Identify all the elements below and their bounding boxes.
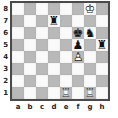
file-label-e: e <box>60 102 72 112</box>
square-c1[interactable] <box>36 87 48 99</box>
piece-black-knight-g6[interactable]: ♞ <box>84 27 96 39</box>
file-label-b: b <box>24 102 36 112</box>
file-label-c: c <box>36 102 48 112</box>
square-e1[interactable]: ♜♖ <box>60 87 72 99</box>
square-a5[interactable] <box>12 39 24 51</box>
file-label-d: d <box>48 102 60 112</box>
chess-diagram: 87654321 ♚♔♜♚♞♟♜♟♙♜♖♜♖ abcdefgh <box>0 0 118 118</box>
square-e7[interactable] <box>60 15 72 27</box>
white-king-glyph: ♔ <box>84 3 96 15</box>
piece-black-rook-d7[interactable]: ♜ <box>48 15 60 27</box>
square-b5[interactable] <box>24 39 36 51</box>
square-a2[interactable] <box>12 75 24 87</box>
square-a8[interactable] <box>12 3 24 15</box>
square-b1[interactable] <box>24 87 36 99</box>
piece-white-pawn-f4[interactable]: ♟♙ <box>72 51 84 63</box>
rank-label-8: 8 <box>0 3 9 15</box>
square-f2[interactable] <box>72 75 84 87</box>
white-rook-glyph: ♖ <box>60 87 72 99</box>
square-d2[interactable] <box>48 75 60 87</box>
file-label-g: g <box>84 102 96 112</box>
square-h8[interactable] <box>96 3 108 15</box>
square-d3[interactable] <box>48 63 60 75</box>
piece-black-rook-h5[interactable]: ♜ <box>96 39 108 51</box>
rank-label-3: 3 <box>0 63 9 75</box>
square-f4[interactable]: ♟♙ <box>72 51 84 63</box>
square-d4[interactable] <box>48 51 60 63</box>
square-g5[interactable] <box>84 39 96 51</box>
square-c2[interactable] <box>36 75 48 87</box>
square-d1[interactable] <box>48 87 60 99</box>
square-d5[interactable] <box>48 39 60 51</box>
square-a4[interactable] <box>12 51 24 63</box>
rank-label-6: 6 <box>0 27 9 39</box>
square-d6[interactable] <box>48 27 60 39</box>
square-b3[interactable] <box>24 63 36 75</box>
square-e3[interactable] <box>60 63 72 75</box>
square-a6[interactable] <box>12 27 24 39</box>
square-a7[interactable] <box>12 15 24 27</box>
square-a3[interactable] <box>12 63 24 75</box>
board-frame: ♚♔♜♚♞♟♜♟♙♜♖♜♖ <box>10 1 110 101</box>
rank-label-7: 7 <box>0 15 9 27</box>
square-h2[interactable] <box>96 75 108 87</box>
square-b8[interactable] <box>24 3 36 15</box>
file-label-a: a <box>12 102 24 112</box>
square-a1[interactable] <box>12 87 24 99</box>
square-g6[interactable]: ♞ <box>84 27 96 39</box>
square-h7[interactable] <box>96 15 108 27</box>
square-e4[interactable] <box>60 51 72 63</box>
square-g1[interactable]: ♜♖ <box>84 87 96 99</box>
rank-label-5: 5 <box>0 39 9 51</box>
square-e6[interactable] <box>60 27 72 39</box>
white-pawn-glyph: ♙ <box>72 51 84 63</box>
square-e5[interactable] <box>60 39 72 51</box>
white-rook-glyph: ♖ <box>84 87 96 99</box>
square-d7[interactable]: ♜ <box>48 15 60 27</box>
square-g3[interactable] <box>84 63 96 75</box>
square-e8[interactable] <box>60 3 72 15</box>
square-c8[interactable] <box>36 3 48 15</box>
rank-label-2: 2 <box>0 75 9 87</box>
square-c3[interactable] <box>36 63 48 75</box>
file-labels: abcdefgh <box>12 102 108 112</box>
square-b6[interactable] <box>24 27 36 39</box>
chess-board: ♚♔♜♚♞♟♜♟♙♜♖♜♖ <box>12 3 108 99</box>
black-rook-glyph: ♜ <box>48 15 60 27</box>
black-rook-glyph: ♜ <box>96 39 108 51</box>
square-g4[interactable] <box>84 51 96 63</box>
square-b2[interactable] <box>24 75 36 87</box>
piece-white-rook-e1[interactable]: ♜♖ <box>60 87 72 99</box>
piece-white-king-g8[interactable]: ♚♔ <box>84 3 96 15</box>
square-c6[interactable] <box>36 27 48 39</box>
piece-white-rook-g1[interactable]: ♜♖ <box>84 87 96 99</box>
square-c5[interactable] <box>36 39 48 51</box>
file-label-h: h <box>96 102 108 112</box>
square-g8[interactable]: ♚♔ <box>84 3 96 15</box>
square-f8[interactable] <box>72 3 84 15</box>
square-h4[interactable] <box>96 51 108 63</box>
square-h5[interactable]: ♜ <box>96 39 108 51</box>
rank-label-1: 1 <box>0 87 9 99</box>
file-label-f: f <box>72 102 84 112</box>
black-knight-glyph: ♞ <box>84 27 96 39</box>
square-c7[interactable] <box>36 15 48 27</box>
rank-label-4: 4 <box>0 51 9 63</box>
square-b4[interactable] <box>24 51 36 63</box>
square-c4[interactable] <box>36 51 48 63</box>
rank-labels: 87654321 <box>0 3 9 99</box>
square-h3[interactable] <box>96 63 108 75</box>
square-f1[interactable] <box>72 87 84 99</box>
square-f3[interactable] <box>72 63 84 75</box>
square-b7[interactable] <box>24 15 36 27</box>
square-h1[interactable] <box>96 87 108 99</box>
